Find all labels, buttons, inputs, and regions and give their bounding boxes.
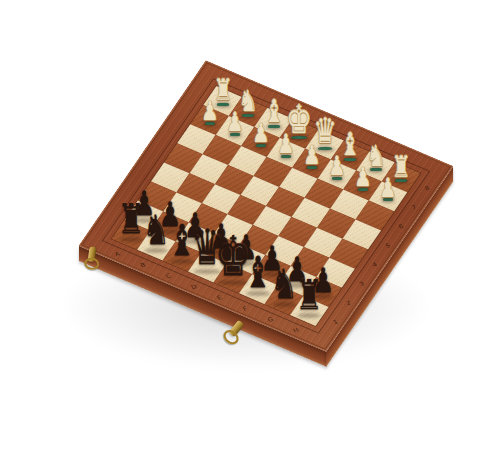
rank-label-5: 5 <box>381 241 394 251</box>
file-label-f: F <box>238 304 251 314</box>
piece-glyph: ♟ <box>277 132 294 157</box>
rank-label-8: 8 <box>421 184 434 194</box>
piece-glyph: ♞ <box>270 265 297 304</box>
file-label-b: B <box>136 260 149 270</box>
chess-set-photo: ABCDEFGH12345678 ♜♞♝♛♚♝♞♜♟♟♟♟♟♟♟♟♟♟♟♟♟♟♟… <box>0 0 500 450</box>
rank-label-1: 1 <box>329 317 342 327</box>
clasp-hook <box>83 257 100 271</box>
piece-glyph: ♟ <box>379 176 396 201</box>
piece-glyph: ♝ <box>244 252 273 293</box>
piece-glyph: ♜ <box>117 200 144 239</box>
piece-glyph: ♟ <box>252 121 269 146</box>
piece-glyph: ♞ <box>143 211 170 250</box>
rank-label-6: 6 <box>394 222 407 232</box>
piece-glyph: ♟ <box>201 99 218 124</box>
file-label-g: G <box>264 315 277 325</box>
piece-glyph: ♟ <box>328 154 345 179</box>
file-label-h: H <box>289 326 302 336</box>
piece-glyph: ♜ <box>296 276 323 315</box>
file-label-a: A <box>111 249 124 259</box>
rank-label-7: 7 <box>408 203 421 213</box>
rank-label-3: 3 <box>355 279 368 289</box>
pieces-layer: ♜♞♝♛♚♝♞♜♟♟♟♟♟♟♟♟♟♟♟♟♟♟♟♟♜♞♝♚♛♝♞♜ <box>0 0 500 450</box>
file-label-d: D <box>187 282 200 292</box>
piece-glyph: ♟ <box>303 143 320 168</box>
piece-glyph: ♟ <box>226 110 243 135</box>
rank-label-4: 4 <box>368 260 381 270</box>
rank-label-2: 2 <box>342 298 355 308</box>
file-label-c: C <box>162 271 175 281</box>
file-label-e: E <box>213 293 226 303</box>
piece-glyph: ♟ <box>354 165 371 190</box>
